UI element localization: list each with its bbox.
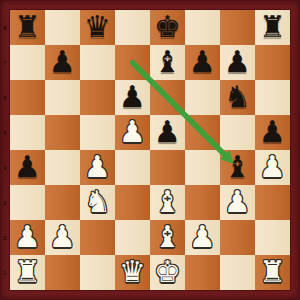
square-a8[interactable]: ♜ — [10, 10, 45, 45]
white-knight[interactable]: ♞ — [84, 184, 111, 219]
square-a7[interactable] — [10, 45, 45, 80]
square-f6[interactable] — [185, 80, 220, 115]
rank-label-3: 3 — [0, 185, 10, 220]
square-h4[interactable]: ♟ — [255, 150, 290, 185]
square-c5[interactable] — [80, 115, 115, 150]
square-g5[interactable] — [220, 115, 255, 150]
white-pawn[interactable]: ♟ — [224, 184, 251, 219]
square-e5[interactable]: ♟ — [150, 115, 185, 150]
square-a3[interactable] — [10, 185, 45, 220]
white-rook[interactable]: ♜ — [14, 254, 41, 289]
square-d4[interactable] — [115, 150, 150, 185]
square-e4[interactable] — [150, 150, 185, 185]
black-pawn[interactable]: ♟ — [224, 44, 251, 79]
square-g3[interactable]: ♟ — [220, 185, 255, 220]
black-rook[interactable]: ♜ — [14, 9, 41, 44]
black-pawn[interactable]: ♟ — [119, 79, 146, 114]
square-h7[interactable] — [255, 45, 290, 80]
white-pawn[interactable]: ♟ — [84, 149, 111, 184]
square-f3[interactable] — [185, 185, 220, 220]
black-bishop[interactable]: ♝ — [154, 44, 181, 79]
square-h3[interactable] — [255, 185, 290, 220]
white-queen[interactable]: ♛ — [119, 254, 146, 289]
square-c4[interactable]: ♟ — [80, 150, 115, 185]
square-d6[interactable]: ♟ — [115, 80, 150, 115]
square-h2[interactable] — [255, 220, 290, 255]
rank-label-5: 5 — [0, 115, 10, 150]
square-h1[interactable]: ♜ — [255, 255, 290, 290]
square-a5[interactable] — [10, 115, 45, 150]
black-king[interactable]: ♚ — [154, 9, 181, 44]
black-pawn[interactable]: ♟ — [189, 44, 216, 79]
square-f2[interactable]: ♟ — [185, 220, 220, 255]
white-rook[interactable]: ♜ — [259, 254, 286, 289]
square-c3[interactable]: ♞ — [80, 185, 115, 220]
white-pawn[interactable]: ♟ — [259, 149, 286, 184]
white-bishop[interactable]: ♝ — [154, 219, 181, 254]
white-pawn[interactable]: ♟ — [189, 219, 216, 254]
square-d2[interactable] — [115, 220, 150, 255]
square-g1[interactable] — [220, 255, 255, 290]
square-b7[interactable]: ♟ — [45, 45, 80, 80]
black-queen[interactable]: ♛ — [84, 9, 111, 44]
square-c7[interactable] — [80, 45, 115, 80]
square-d7[interactable] — [115, 45, 150, 80]
rank-label-6: 6 — [0, 80, 10, 115]
square-b6[interactable] — [45, 80, 80, 115]
rank-label-4: 4 — [0, 150, 10, 185]
square-c2[interactable] — [80, 220, 115, 255]
black-pawn[interactable]: ♟ — [154, 114, 181, 149]
chess-board-frame: ♜♛♚♜♟♝♟♟♟♞♟♟♟♟♟♝♟♞♝♟♟♟♝♟♜♛♚♜ 87654321 AB… — [0, 0, 300, 300]
square-g2[interactable] — [220, 220, 255, 255]
square-c6[interactable] — [80, 80, 115, 115]
square-h6[interactable] — [255, 80, 290, 115]
square-d3[interactable] — [115, 185, 150, 220]
square-f5[interactable] — [185, 115, 220, 150]
square-a2[interactable]: ♟ — [10, 220, 45, 255]
white-king[interactable]: ♚ — [154, 254, 181, 289]
square-f1[interactable] — [185, 255, 220, 290]
square-f4[interactable] — [185, 150, 220, 185]
square-d8[interactable] — [115, 10, 150, 45]
square-e1[interactable]: ♚ — [150, 255, 185, 290]
square-e6[interactable] — [150, 80, 185, 115]
chess-board: ♜♛♚♜♟♝♟♟♟♞♟♟♟♟♟♝♟♞♝♟♟♟♝♟♜♛♚♜ — [10, 10, 290, 290]
black-pawn[interactable]: ♟ — [259, 114, 286, 149]
square-g4[interactable]: ♝ — [220, 150, 255, 185]
square-h8[interactable]: ♜ — [255, 10, 290, 45]
rank-label-7: 7 — [0, 45, 10, 80]
black-bishop[interactable]: ♝ — [224, 149, 251, 184]
square-a1[interactable]: ♜ — [10, 255, 45, 290]
white-pawn[interactable]: ♟ — [119, 114, 146, 149]
black-knight[interactable]: ♞ — [224, 79, 251, 114]
square-b8[interactable] — [45, 10, 80, 45]
square-b3[interactable] — [45, 185, 80, 220]
black-rook[interactable]: ♜ — [259, 9, 286, 44]
square-e8[interactable]: ♚ — [150, 10, 185, 45]
square-h5[interactable]: ♟ — [255, 115, 290, 150]
square-b2[interactable]: ♟ — [45, 220, 80, 255]
white-pawn[interactable]: ♟ — [14, 219, 41, 254]
square-d1[interactable]: ♛ — [115, 255, 150, 290]
square-e3[interactable]: ♝ — [150, 185, 185, 220]
square-f8[interactable] — [185, 10, 220, 45]
rank-label-1: 1 — [0, 255, 10, 290]
black-pawn[interactable]: ♟ — [14, 149, 41, 184]
rank-label-8: 8 — [0, 10, 10, 45]
square-g7[interactable]: ♟ — [220, 45, 255, 80]
square-d5[interactable]: ♟ — [115, 115, 150, 150]
square-e2[interactable]: ♝ — [150, 220, 185, 255]
square-c1[interactable] — [80, 255, 115, 290]
square-f7[interactable]: ♟ — [185, 45, 220, 80]
square-e7[interactable]: ♝ — [150, 45, 185, 80]
black-pawn[interactable]: ♟ — [49, 44, 76, 79]
square-a4[interactable]: ♟ — [10, 150, 45, 185]
square-b5[interactable] — [45, 115, 80, 150]
square-b1[interactable] — [45, 255, 80, 290]
square-g6[interactable]: ♞ — [220, 80, 255, 115]
white-bishop[interactable]: ♝ — [154, 184, 181, 219]
white-pawn[interactable]: ♟ — [49, 219, 76, 254]
square-c8[interactable]: ♛ — [80, 10, 115, 45]
rank-label-2: 2 — [0, 220, 10, 255]
square-a6[interactable] — [10, 80, 45, 115]
square-g8[interactable] — [220, 10, 255, 45]
square-b4[interactable] — [45, 150, 80, 185]
